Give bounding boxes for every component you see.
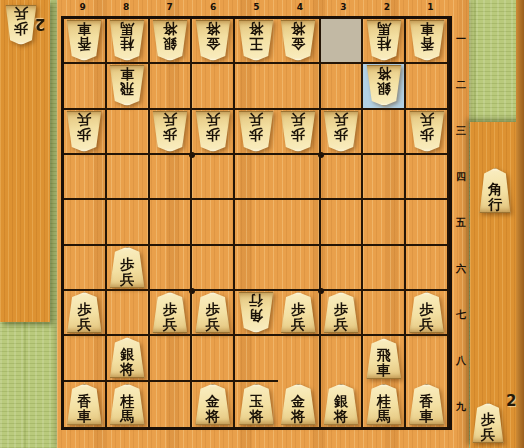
piece-kanji: 兵 (249, 112, 263, 127)
piece-face: 歩兵 (280, 111, 316, 152)
piece-kanji: 兵 (420, 317, 434, 332)
piece-kanji: 将 (249, 409, 263, 424)
square-49[interactable]: 金将 (278, 382, 321, 427)
gote-silver-71[interactable]: 銀将 (152, 20, 188, 61)
gote-gold-41[interactable]: 金将 (280, 20, 316, 61)
square-95[interactable] (64, 200, 107, 245)
gote-hand-pawn[interactable]: 歩兵 (5, 5, 37, 45)
rank-labels: 一二三四五六七八九 (454, 16, 468, 430)
square-98[interactable] (64, 336, 107, 381)
square-88[interactable]: 銀将 (107, 336, 150, 381)
square-79[interactable] (150, 382, 193, 427)
sente-pawn-37[interactable]: 歩兵 (323, 292, 359, 333)
square-67[interactable]: 歩兵 (192, 291, 235, 336)
square-21[interactable]: 桂馬 (363, 19, 406, 64)
piece-kanji: 行 (249, 293, 263, 308)
piece-kanji: 兵 (334, 317, 348, 332)
rank-label-9: 九 (454, 384, 468, 430)
piece-face: 王将 (238, 20, 274, 61)
piece-face: 飛車 (109, 65, 145, 106)
square-85[interactable] (107, 200, 150, 245)
piece-face: 銀将 (323, 384, 359, 425)
gote-rook-82[interactable]: 飛車 (109, 65, 145, 106)
piece-kanji: 香 (420, 394, 434, 409)
piece-face: 歩兵 (195, 292, 231, 333)
piece-face: 歩兵 (109, 247, 145, 288)
piece-kanji: 金 (291, 394, 305, 409)
square-91[interactable]: 香車 (64, 19, 107, 64)
piece-kanji: 桂 (377, 36, 391, 51)
piece-kanji: 兵 (77, 317, 91, 332)
sente-king-59[interactable]: 玉将 (238, 384, 274, 425)
piece-kanji: 歩 (163, 302, 177, 317)
square-96[interactable] (64, 246, 107, 291)
square-41[interactable]: 金将 (278, 19, 321, 64)
piece-face: 金将 (195, 20, 231, 61)
piece-face: 飛車 (366, 338, 402, 379)
square-13[interactable]: 歩兵 (406, 110, 449, 155)
piece-kanji: 歩 (206, 302, 220, 317)
gote-pawn-63[interactable]: 歩兵 (195, 111, 231, 152)
file-label-7: 7 (148, 1, 191, 14)
square-33[interactable]: 歩兵 (321, 110, 364, 155)
piece-kanji: 兵 (334, 112, 348, 127)
piece-face: 玉将 (238, 384, 274, 425)
piece-face: 歩兵 (152, 292, 188, 333)
piece-face: 金将 (280, 20, 316, 61)
sente-rook-28[interactable]: 飛車 (366, 338, 402, 379)
piece-kanji: 香 (77, 394, 91, 409)
square-84[interactable] (107, 155, 150, 200)
gote-gold-61[interactable]: 金将 (195, 20, 231, 61)
square-18[interactable] (406, 336, 449, 381)
piece-face: 桂馬 (109, 20, 145, 61)
piece-kanji: 桂 (120, 394, 134, 409)
piece-kanji: 将 (120, 362, 134, 377)
piece-kanji: 馬 (377, 21, 391, 36)
square-38[interactable] (321, 336, 364, 381)
rank-label-2: 二 (454, 62, 468, 108)
piece-kanji: 玉 (249, 394, 263, 409)
sente-pawn-17[interactable]: 歩兵 (409, 292, 445, 333)
square-32[interactable] (321, 64, 364, 109)
sente-lance-19[interactable]: 香車 (409, 384, 445, 425)
piece-kanji: 金 (291, 36, 305, 51)
square-25[interactable] (363, 200, 406, 245)
square-92[interactable] (64, 64, 107, 109)
file-label-8: 8 (104, 1, 147, 14)
gote-silver-22[interactable]: 銀将 (366, 65, 402, 106)
piece-kanji: 兵 (291, 317, 305, 332)
piece-kanji: 馬 (120, 409, 134, 424)
square-75[interactable] (150, 200, 193, 245)
piece-kanji: 車 (77, 409, 91, 424)
piece-kanji: 車 (77, 21, 91, 36)
piece-kanji: 香 (420, 36, 434, 51)
piece-kanji: 香 (77, 36, 91, 51)
square-44[interactable] (278, 155, 321, 200)
square-61[interactable]: 金将 (192, 19, 235, 64)
sente-hand-bishop[interactable]: 角行 (479, 168, 511, 213)
piece-kanji: 将 (206, 409, 220, 424)
gote-komadai: 歩兵 2 (0, 0, 50, 322)
piece-kanji: 飛 (377, 348, 391, 363)
file-label-5: 5 (235, 1, 278, 14)
square-73[interactable]: 歩兵 (150, 110, 193, 155)
square-35[interactable] (321, 200, 364, 245)
piece-kanji: 歩 (291, 302, 305, 317)
square-28[interactable]: 飛車 (363, 336, 406, 381)
gote-lance-11[interactable]: 香車 (409, 20, 445, 61)
piece-kanji: 将 (206, 21, 220, 36)
piece-face: 歩兵 (152, 111, 188, 152)
square-37[interactable]: 歩兵 (321, 291, 364, 336)
piece-kanji: 歩 (163, 127, 177, 142)
square-62[interactable] (192, 64, 235, 109)
rank-label-4: 四 (454, 154, 468, 200)
gote-pawn-93[interactable]: 歩兵 (66, 111, 102, 152)
rank-label-8: 八 (454, 338, 468, 384)
piece-kanji: 将 (291, 21, 305, 36)
piece-kanji: 将 (163, 21, 177, 36)
piece-kanji: 車 (420, 21, 434, 36)
square-31[interactable] (321, 19, 364, 64)
piece-face: 桂馬 (366, 20, 402, 61)
piece-kanji: 車 (377, 363, 391, 378)
rank-label-5: 五 (454, 200, 468, 246)
piece-face: 歩兵 (66, 111, 102, 152)
piece-face: 歩兵 (323, 111, 359, 152)
piece-kanji: 歩 (291, 127, 305, 142)
piece-kanji: 将 (377, 66, 391, 81)
square-82[interactable]: 飛車 (107, 64, 150, 109)
gote-knight-21[interactable]: 桂馬 (366, 20, 402, 61)
square-55[interactable] (235, 200, 278, 245)
piece-kanji: 兵 (120, 272, 134, 287)
piece-face: 桂馬 (109, 384, 145, 425)
piece-face: 角行 (238, 292, 274, 333)
shogi-app: 987654321 一二三四五六七八九 香車桂馬銀将金将王将金将桂馬香車飛車銀将… (0, 0, 524, 448)
square-78[interactable] (150, 336, 193, 381)
piece-face: 歩兵 (195, 111, 231, 152)
square-71[interactable]: 銀将 (150, 19, 193, 64)
sente-silver-39[interactable]: 銀将 (323, 384, 359, 425)
piece-kanji: 歩 (420, 302, 434, 317)
piece-face: 歩兵 (323, 292, 359, 333)
rank-label-1: 一 (454, 16, 468, 62)
sente-pawn-77[interactable]: 歩兵 (152, 292, 188, 333)
piece-face: 桂馬 (366, 384, 402, 425)
piece-kanji: 兵 (77, 112, 91, 127)
sente-lance-99[interactable]: 香車 (66, 384, 102, 425)
file-label-1: 1 (409, 1, 452, 14)
piece-kanji: 兵 (291, 112, 305, 127)
sente-hand-pawn[interactable]: 歩兵 (472, 403, 504, 443)
piece-kanji: 兵 (420, 112, 434, 127)
file-label-4: 4 (278, 1, 321, 14)
square-72[interactable] (150, 64, 193, 109)
square-42[interactable] (278, 64, 321, 109)
square-99[interactable]: 香車 (64, 382, 107, 427)
piece-kanji: 車 (420, 409, 434, 424)
piece-kanji: 金 (206, 394, 220, 409)
square-86[interactable]: 歩兵 (107, 246, 150, 291)
gote-bishop-57[interactable]: 角行 (238, 292, 274, 333)
square-63[interactable]: 歩兵 (192, 110, 235, 155)
piece-kanji: 歩 (14, 21, 28, 36)
piece-kanji: 兵 (163, 317, 177, 332)
piece-kanji: 車 (120, 66, 134, 81)
piece-kanji: 兵 (14, 6, 28, 21)
shogi-board: 987654321 一二三四五六七八九 香車桂馬銀将金将王将金将桂馬香車飛車銀将… (57, 0, 469, 448)
square-74[interactable] (150, 155, 193, 200)
piece-face: 香車 (409, 384, 445, 425)
gote-pawn-33[interactable]: 歩兵 (323, 111, 359, 152)
gote-king-51[interactable]: 王将 (238, 20, 274, 61)
square-53[interactable]: 歩兵 (235, 110, 278, 155)
piece-kanji: 歩 (334, 302, 348, 317)
square-34[interactable] (321, 155, 364, 200)
piece-kanji: 角 (249, 308, 263, 323)
gote-pawn-43[interactable]: 歩兵 (280, 111, 316, 152)
sente-hand-pawn-count: 2 (506, 392, 516, 410)
piece-face: 香車 (66, 384, 102, 425)
piece-kanji: 兵 (481, 427, 495, 442)
piece-kanji: 歩 (249, 127, 263, 142)
piece-kanji: 銀 (163, 36, 177, 51)
sente-pawn-86[interactable]: 歩兵 (109, 247, 145, 288)
rank-label-7: 七 (454, 292, 468, 338)
gote-pawn-53[interactable]: 歩兵 (238, 111, 274, 152)
square-94[interactable] (64, 155, 107, 200)
piece-face: 銀将 (109, 337, 145, 378)
piece-kanji: 角 (488, 182, 502, 197)
piece-face: 歩兵 (280, 292, 316, 333)
square-81[interactable]: 桂馬 (107, 19, 150, 64)
file-labels: 987654321 (61, 1, 452, 14)
sente-knight-29[interactable]: 桂馬 (366, 384, 402, 425)
square-36[interactable] (321, 246, 364, 291)
table-edge (516, 0, 524, 448)
square-27[interactable] (363, 291, 406, 336)
square-65[interactable] (192, 200, 235, 245)
square-14[interactable] (406, 155, 449, 200)
piece-kanji: 銀 (377, 81, 391, 96)
square-45[interactable] (278, 200, 321, 245)
file-label-2: 2 (365, 1, 408, 14)
piece-kanji: 馬 (377, 409, 391, 424)
sente-pawn-67[interactable]: 歩兵 (195, 292, 231, 333)
piece-kanji: 銀 (334, 394, 348, 409)
piece-kanji: 銀 (120, 347, 134, 362)
square-16[interactable] (406, 246, 449, 291)
piece-face: 銀将 (152, 20, 188, 61)
sente-gold-69[interactable]: 金将 (195, 384, 231, 425)
square-87[interactable] (107, 291, 150, 336)
sente-pawn-97[interactable]: 歩兵 (66, 292, 102, 333)
piece-face: 歩兵 (409, 111, 445, 152)
square-47[interactable]: 歩兵 (278, 291, 321, 336)
square-24[interactable] (363, 155, 406, 200)
piece-kanji: 歩 (481, 412, 495, 427)
sente-silver-88[interactable]: 銀将 (109, 337, 145, 378)
square-56[interactable] (235, 246, 278, 291)
square-29[interactable]: 桂馬 (363, 382, 406, 427)
piece-kanji: 将 (291, 409, 305, 424)
sente-knight-89[interactable]: 桂馬 (109, 384, 145, 425)
piece-face: 金将 (280, 384, 316, 425)
gote-lance-91[interactable]: 香車 (66, 20, 102, 61)
square-15[interactable] (406, 200, 449, 245)
square-59[interactable]: 玉将 (235, 382, 278, 427)
piece-face: 香車 (66, 20, 102, 61)
sente-gold-49[interactable]: 金将 (280, 384, 316, 425)
gote-knight-81[interactable]: 桂馬 (109, 20, 145, 61)
square-57[interactable]: 角行 (235, 291, 278, 336)
square-68[interactable] (192, 336, 235, 381)
piece-kanji: 王 (249, 36, 263, 51)
piece-kanji: 歩 (334, 127, 348, 142)
file-label-9: 9 (61, 1, 104, 14)
square-51[interactable]: 王将 (235, 19, 278, 64)
square-66[interactable] (192, 246, 235, 291)
piece-face: 香車 (409, 20, 445, 61)
gote-pawn-13[interactable]: 歩兵 (409, 111, 445, 152)
rank-label-3: 三 (454, 108, 468, 154)
square-11[interactable]: 香車 (406, 19, 449, 64)
rank-label-6: 六 (454, 246, 468, 292)
piece-kanji: 桂 (120, 36, 134, 51)
piece-kanji: 兵 (206, 317, 220, 332)
piece-face: 歩兵 (66, 292, 102, 333)
file-label-6: 6 (191, 1, 234, 14)
piece-kanji: 飛 (120, 81, 134, 96)
square-54[interactable] (235, 155, 278, 200)
piece-kanji: 兵 (163, 112, 177, 127)
piece-kanji: 歩 (420, 127, 434, 142)
square-19[interactable]: 香車 (406, 382, 449, 427)
piece-face: 金将 (195, 384, 231, 425)
square-69[interactable]: 金将 (192, 382, 235, 427)
square-48[interactable] (278, 336, 321, 381)
square-93[interactable]: 歩兵 (64, 110, 107, 155)
square-23[interactable] (363, 110, 406, 155)
piece-kanji: 金 (206, 36, 220, 51)
square-97[interactable]: 歩兵 (64, 291, 107, 336)
piece-kanji: 兵 (206, 112, 220, 127)
piece-face: 銀将 (366, 65, 402, 106)
gote-pawn-73[interactable]: 歩兵 (152, 111, 188, 152)
sente-pawn-47[interactable]: 歩兵 (280, 292, 316, 333)
piece-kanji: 歩 (77, 302, 91, 317)
square-89[interactable]: 桂馬 (107, 382, 150, 427)
piece-kanji: 歩 (120, 257, 134, 272)
square-12[interactable] (406, 64, 449, 109)
gote-hand-pawn-count: 2 (35, 15, 45, 33)
piece-kanji: 将 (334, 409, 348, 424)
board-grid: 香車桂馬銀将金将王将金将桂馬香車飛車銀将歩兵歩兵歩兵歩兵歩兵歩兵歩兵歩兵歩兵歩兵… (61, 16, 452, 430)
piece-kanji: 行 (488, 197, 502, 212)
file-label-3: 3 (322, 1, 365, 14)
piece-face: 歩兵 (409, 292, 445, 333)
square-64[interactable] (192, 155, 235, 200)
square-52[interactable] (235, 64, 278, 109)
square-46[interactable] (278, 246, 321, 291)
square-83[interactable] (107, 110, 150, 155)
square-76[interactable] (150, 246, 193, 291)
piece-kanji: 馬 (120, 21, 134, 36)
square-22[interactable]: 銀将 (363, 64, 406, 109)
square-39[interactable]: 銀将 (321, 382, 364, 427)
square-17[interactable]: 歩兵 (406, 291, 449, 336)
square-58[interactable] (235, 336, 278, 381)
piece-face: 歩兵 (238, 111, 274, 152)
piece-kanji: 桂 (377, 394, 391, 409)
square-43[interactable]: 歩兵 (278, 110, 321, 155)
piece-kanji: 将 (249, 21, 263, 36)
piece-kanji: 歩 (77, 127, 91, 142)
piece-kanji: 歩 (206, 127, 220, 142)
square-77[interactable]: 歩兵 (150, 291, 193, 336)
square-26[interactable] (363, 246, 406, 291)
